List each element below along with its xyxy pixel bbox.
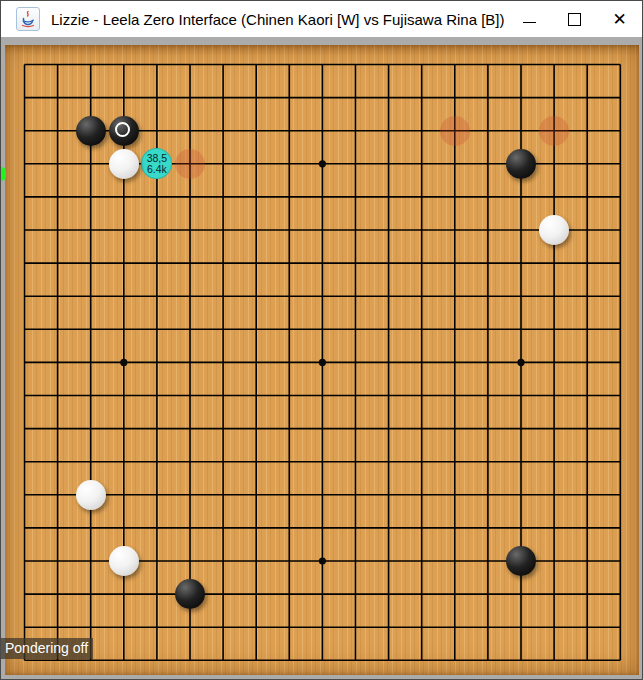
close-icon: ✕	[612, 11, 626, 28]
white-stone	[109, 546, 139, 576]
window-controls: ✕	[507, 1, 642, 37]
close-button[interactable]: ✕	[597, 1, 642, 37]
lizzie-window: Lizzie - Leela Zero Interface (Chinen Ka…	[0, 0, 643, 680]
goban[interactable]: 38,56.4k	[5, 45, 639, 675]
maximize-icon	[568, 13, 581, 26]
window-titlebar: Lizzie - Leela Zero Interface (Chinen Ka…	[1, 1, 642, 37]
maximize-button[interactable]	[552, 1, 597, 37]
java-coffee-cup-icon	[16, 7, 40, 31]
candidate-move-ghost[interactable]	[175, 149, 205, 179]
best-move-visits: 6.4k	[147, 164, 167, 175]
last-move-marker	[115, 122, 130, 137]
go-board-grid[interactable]: 38,56.4k	[8, 48, 637, 677]
white-stone	[109, 149, 139, 179]
window-frame-strip	[1, 37, 642, 45]
black-stone	[76, 116, 106, 146]
minimize-icon	[523, 22, 536, 23]
black-stone	[506, 546, 536, 576]
white-stone	[76, 480, 106, 510]
candidate-move-ghost[interactable]	[539, 116, 569, 146]
minimize-button[interactable]	[507, 1, 552, 37]
candidate-move-ghost[interactable]	[440, 116, 470, 146]
window-title: Lizzie - Leela Zero Interface (Chinen Ka…	[51, 11, 505, 28]
best-move-suggestion[interactable]: 38,56.4k	[141, 148, 172, 179]
black-stone	[109, 116, 139, 146]
pondering-status: Pondering off	[1, 638, 93, 659]
black-stone	[506, 149, 536, 179]
black-stone	[175, 579, 205, 609]
white-stone	[539, 215, 569, 245]
